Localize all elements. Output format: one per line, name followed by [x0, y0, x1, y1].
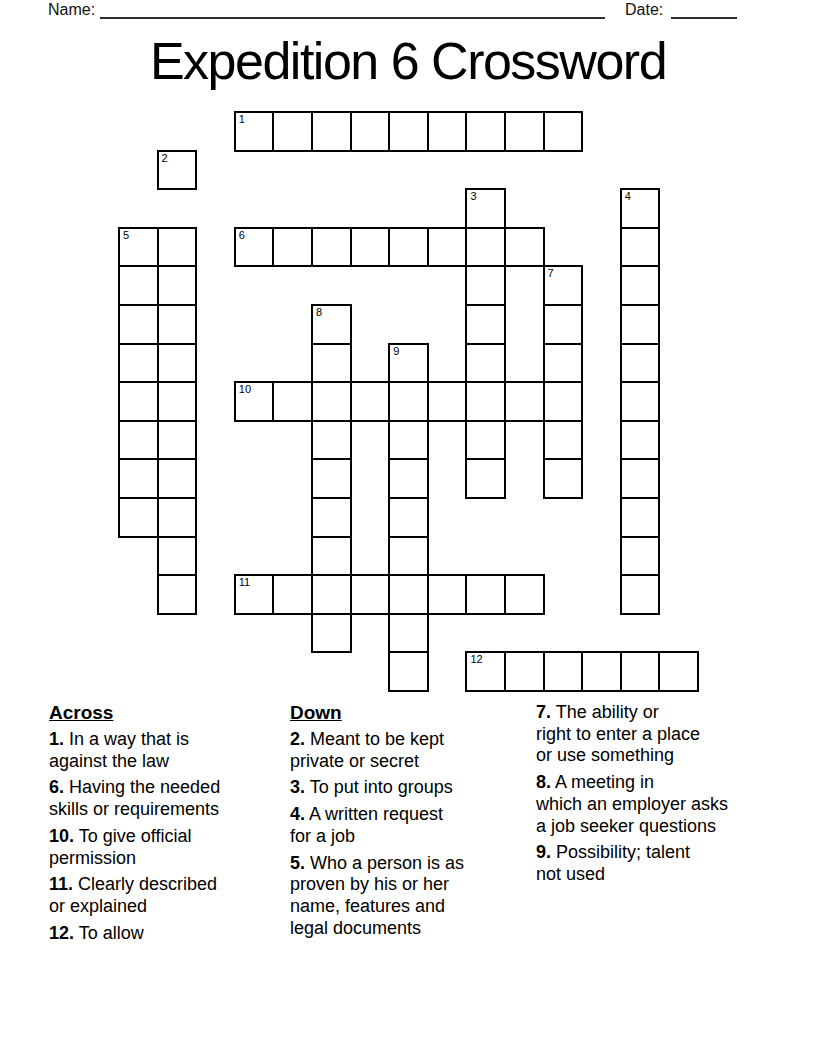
grid-cell[interactable]: [388, 574, 429, 615]
grid-cell[interactable]: 4: [620, 188, 661, 229]
grid-cell[interactable]: 2: [157, 150, 198, 191]
clue-number-label: 2.: [290, 729, 305, 749]
clue: 5. Who a person is asproven by his or he…: [290, 853, 464, 940]
clue: 9. Possibility; talentnot used: [536, 842, 728, 885]
name-fill-line[interactable]: [100, 0, 605, 19]
grid-cell[interactable]: [311, 227, 352, 268]
grid-cell[interactable]: [118, 343, 159, 384]
grid-cell[interactable]: [620, 381, 661, 422]
grid-cell[interactable]: [118, 497, 159, 538]
grid-cell[interactable]: [272, 381, 313, 422]
grid-cell[interactable]: [543, 343, 584, 384]
grid-cell[interactable]: [543, 111, 584, 152]
clue-number-label: 12.: [49, 923, 74, 943]
grid-cell[interactable]: [620, 651, 661, 692]
grid-cell[interactable]: [465, 343, 506, 384]
clue-number-label: 9.: [536, 842, 551, 862]
clue-number: 2: [162, 153, 168, 164]
clue-section-heading: Across: [49, 702, 220, 724]
clue-number: 10: [239, 384, 251, 395]
grid-cell[interactable]: [543, 420, 584, 461]
name-label: Name:: [48, 1, 95, 19]
grid-cell[interactable]: [118, 458, 159, 499]
down-clues-continued-column: 7. The ability orright to enter a placeo…: [536, 702, 728, 891]
grid-cell[interactable]: [157, 458, 198, 499]
grid-cell[interactable]: [388, 227, 429, 268]
grid-cell[interactable]: [465, 111, 506, 152]
grid-cell[interactable]: [157, 304, 198, 345]
grid-cell[interactable]: [118, 420, 159, 461]
grid-cell[interactable]: [543, 304, 584, 345]
grid-cell[interactable]: [157, 536, 198, 577]
grid-cell[interactable]: [388, 458, 429, 499]
grid-cell[interactable]: [388, 613, 429, 654]
grid-cell[interactable]: [157, 227, 198, 268]
clue: 2. Meant to be keptprivate or secret: [290, 729, 464, 772]
across-clues-column: Across1. In a way that isagainst the law…: [49, 702, 220, 949]
grid-cell[interactable]: [465, 574, 506, 615]
grid-cell[interactable]: [504, 227, 545, 268]
clue-number-label: 8.: [536, 772, 551, 792]
grid-cell[interactable]: 5: [118, 227, 159, 268]
crossword-grid: 123456789101112: [118, 111, 700, 693]
grid-cell[interactable]: [311, 381, 352, 422]
grid-cell[interactable]: [388, 381, 429, 422]
grid-cell[interactable]: [465, 420, 506, 461]
grid-cell[interactable]: [465, 458, 506, 499]
grid-cell[interactable]: [620, 574, 661, 615]
grid-cell[interactable]: [157, 574, 198, 615]
grid-cell[interactable]: [272, 574, 313, 615]
clue-number: 7: [548, 268, 554, 279]
grid-cell[interactable]: [118, 304, 159, 345]
grid-cell[interactable]: 11: [234, 574, 275, 615]
grid-cell[interactable]: [388, 420, 429, 461]
grid-cell[interactable]: [350, 574, 391, 615]
grid-cell[interactable]: [543, 651, 584, 692]
grid-cell[interactable]: [465, 304, 506, 345]
puzzle-title: Expedition 6 Crossword: [0, 31, 816, 91]
grid-cell[interactable]: [581, 651, 622, 692]
grid-cell[interactable]: 1: [234, 111, 275, 152]
grid-cell[interactable]: [427, 227, 468, 268]
grid-cell[interactable]: [620, 265, 661, 306]
clue: 11. Clearly describedor explained: [49, 874, 220, 917]
grid-cell[interactable]: [504, 381, 545, 422]
clue-number-label: 10.: [49, 826, 74, 846]
grid-cell[interactable]: [157, 497, 198, 538]
grid-cell[interactable]: [157, 265, 198, 306]
grid-cell[interactable]: [388, 536, 429, 577]
clue-section-heading: Down: [290, 702, 464, 724]
clue: 4. A written requestfor a job: [290, 804, 464, 847]
clue: 6. Having the neededskills or requiremen…: [49, 777, 220, 820]
worksheet-page: Name: Date: Expedition 6 Crossword 12345…: [0, 0, 816, 1056]
clue-number: 11: [239, 577, 250, 588]
clue: 10. To give officialpermission: [49, 826, 220, 869]
grid-cell[interactable]: [157, 381, 198, 422]
grid-cell[interactable]: [427, 381, 468, 422]
clue-number-label: 1.: [49, 729, 64, 749]
grid-cell[interactable]: 8: [311, 304, 352, 345]
grid-cell[interactable]: [388, 111, 429, 152]
grid-cell[interactable]: [465, 381, 506, 422]
clue-number: 3: [470, 191, 476, 202]
grid-cell[interactable]: [620, 227, 661, 268]
clue-number-label: 3.: [290, 777, 305, 797]
grid-cell[interactable]: [620, 458, 661, 499]
grid-cell[interactable]: [311, 536, 352, 577]
clue-number-label: 7.: [536, 702, 551, 722]
grid-cell[interactable]: [157, 343, 198, 384]
grid-cell[interactable]: 7: [543, 265, 584, 306]
grid-cell[interactable]: [118, 265, 159, 306]
grid-cell[interactable]: [620, 497, 661, 538]
grid-cell[interactable]: [311, 574, 352, 615]
clue-number: 5: [123, 230, 129, 241]
clue-number: 8: [316, 307, 322, 318]
down-clues-column: Down2. Meant to be keptprivate or secret…: [290, 702, 464, 944]
clue-number-label: 4.: [290, 804, 305, 824]
grid-cell[interactable]: 9: [388, 343, 429, 384]
clue-number: 9: [393, 346, 399, 357]
grid-cell[interactable]: [311, 111, 352, 152]
grid-cell[interactable]: [543, 458, 584, 499]
clue-number-label: 11.: [49, 874, 73, 894]
grid-cell[interactable]: [118, 381, 159, 422]
grid-cell[interactable]: [658, 651, 699, 692]
date-fill-line[interactable]: [671, 0, 737, 19]
grid-cell[interactable]: [620, 343, 661, 384]
grid-cell[interactable]: [272, 227, 313, 268]
clue-number-label: 5.: [290, 853, 305, 873]
grid-cell[interactable]: [350, 227, 391, 268]
grid-cell[interactable]: [465, 265, 506, 306]
grid-cell[interactable]: 3: [465, 188, 506, 229]
date-label: Date:: [625, 1, 663, 19]
clue-number-label: 6.: [49, 777, 64, 797]
grid-cell[interactable]: [311, 497, 352, 538]
grid-cell[interactable]: [427, 111, 468, 152]
clue: 3. To put into groups: [290, 777, 464, 799]
grid-cell[interactable]: 6: [234, 227, 275, 268]
grid-cell[interactable]: [427, 574, 468, 615]
grid-cell[interactable]: [311, 613, 352, 654]
grid-cell[interactable]: [620, 304, 661, 345]
grid-cell[interactable]: [311, 343, 352, 384]
grid-cell[interactable]: [504, 651, 545, 692]
grid-cell[interactable]: [388, 651, 429, 692]
grid-cell[interactable]: [311, 420, 352, 461]
grid-cell[interactable]: [272, 111, 313, 152]
clue-number: 4: [625, 191, 631, 202]
grid-cell[interactable]: [504, 574, 545, 615]
clue: 12. To allow: [49, 923, 220, 945]
grid-cell[interactable]: 12: [465, 651, 506, 692]
grid-cell[interactable]: [504, 111, 545, 152]
grid-cell[interactable]: [311, 458, 352, 499]
clue: 1. In a way that isagainst the law: [49, 729, 220, 772]
clue: 7. The ability orright to enter a placeo…: [536, 702, 728, 767]
grid-cell[interactable]: [543, 381, 584, 422]
grid-cell[interactable]: [350, 381, 391, 422]
grid-cell[interactable]: [157, 420, 198, 461]
grid-cell[interactable]: [350, 111, 391, 152]
grid-cell[interactable]: 10: [234, 381, 275, 422]
grid-cell[interactable]: [465, 227, 506, 268]
grid-cell[interactable]: [620, 420, 661, 461]
clue-number: 1: [239, 114, 245, 125]
clue-number: 6: [239, 230, 245, 241]
grid-cell[interactable]: [388, 497, 429, 538]
grid-cell[interactable]: [620, 536, 661, 577]
clue: 8. A meeting inwhich an employer asksa j…: [536, 772, 728, 837]
clue-number: 12: [470, 654, 482, 665]
